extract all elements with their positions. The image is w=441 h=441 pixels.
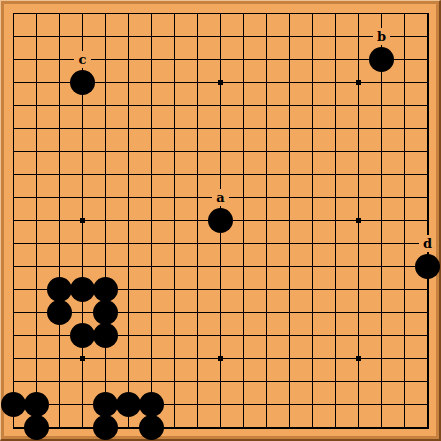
intersection[interactable] (416, 71, 439, 94)
intersection[interactable] (232, 94, 255, 117)
intersection[interactable] (163, 140, 186, 163)
intersection[interactable] (278, 370, 301, 393)
intersection[interactable] (71, 140, 94, 163)
intersection[interactable] (347, 347, 370, 370)
intersection[interactable] (209, 2, 232, 25)
intersection[interactable] (278, 25, 301, 48)
intersection[interactable] (347, 2, 370, 25)
intersection[interactable] (48, 2, 71, 25)
intersection[interactable] (232, 209, 255, 232)
intersection[interactable] (393, 25, 416, 48)
intersection[interactable] (94, 71, 117, 94)
black-stone[interactable] (1, 392, 26, 417)
intersection[interactable] (140, 2, 163, 25)
intersection[interactable] (25, 209, 48, 232)
intersection[interactable] (209, 94, 232, 117)
intersection[interactable] (140, 48, 163, 71)
intersection[interactable] (393, 278, 416, 301)
intersection[interactable] (232, 301, 255, 324)
intersection[interactable] (71, 163, 94, 186)
intersection[interactable] (117, 416, 140, 439)
intersection[interactable] (232, 140, 255, 163)
intersection[interactable] (370, 71, 393, 94)
intersection[interactable] (48, 255, 71, 278)
intersection[interactable] (416, 416, 439, 439)
intersection[interactable] (140, 393, 163, 416)
intersection[interactable] (117, 48, 140, 71)
intersection[interactable] (94, 25, 117, 48)
intersection[interactable] (140, 278, 163, 301)
intersection[interactable] (209, 255, 232, 278)
intersection[interactable] (140, 163, 163, 186)
intersection[interactable] (163, 117, 186, 140)
black-stone[interactable] (139, 415, 164, 440)
intersection[interactable] (48, 140, 71, 163)
intersection[interactable]: d (416, 232, 439, 255)
intersection[interactable] (117, 186, 140, 209)
intersection[interactable] (186, 25, 209, 48)
intersection[interactable] (209, 25, 232, 48)
intersection[interactable] (393, 232, 416, 255)
intersection[interactable] (209, 163, 232, 186)
intersection[interactable] (117, 347, 140, 370)
intersection[interactable] (25, 347, 48, 370)
intersection[interactable] (117, 117, 140, 140)
intersection[interactable] (163, 370, 186, 393)
intersection[interactable] (255, 2, 278, 25)
intersection[interactable] (48, 94, 71, 117)
intersection[interactable] (393, 71, 416, 94)
intersection[interactable] (301, 25, 324, 48)
intersection[interactable] (186, 117, 209, 140)
intersection[interactable] (186, 71, 209, 94)
intersection[interactable] (48, 370, 71, 393)
intersection[interactable] (370, 2, 393, 25)
intersection[interactable] (163, 416, 186, 439)
intersection[interactable] (117, 71, 140, 94)
intersection[interactable] (255, 25, 278, 48)
intersection[interactable] (370, 301, 393, 324)
intersection[interactable] (25, 393, 48, 416)
intersection[interactable] (301, 186, 324, 209)
intersection[interactable]: a (209, 186, 232, 209)
intersection[interactable] (393, 370, 416, 393)
intersection[interactable] (209, 71, 232, 94)
intersection[interactable] (255, 393, 278, 416)
intersection[interactable] (186, 48, 209, 71)
intersection[interactable] (255, 347, 278, 370)
intersection[interactable] (25, 416, 48, 439)
intersection[interactable] (255, 301, 278, 324)
intersection[interactable] (416, 25, 439, 48)
intersection[interactable] (186, 2, 209, 25)
intersection[interactable] (71, 347, 94, 370)
intersection[interactable] (140, 117, 163, 140)
intersection[interactable] (324, 163, 347, 186)
intersection[interactable] (209, 347, 232, 370)
intersection[interactable] (25, 255, 48, 278)
intersection[interactable] (140, 232, 163, 255)
intersection[interactable] (2, 393, 25, 416)
intersection[interactable] (25, 71, 48, 94)
black-stone[interactable] (93, 277, 118, 302)
intersection[interactable] (278, 232, 301, 255)
intersection[interactable] (48, 117, 71, 140)
intersection[interactable] (416, 301, 439, 324)
intersection[interactable] (94, 232, 117, 255)
intersection[interactable] (2, 94, 25, 117)
intersection[interactable] (278, 324, 301, 347)
intersection[interactable] (347, 25, 370, 48)
intersection[interactable] (140, 416, 163, 439)
intersection[interactable] (2, 301, 25, 324)
intersection[interactable] (140, 71, 163, 94)
intersection[interactable] (163, 186, 186, 209)
intersection[interactable] (2, 2, 25, 25)
intersection[interactable] (71, 2, 94, 25)
intersection[interactable] (94, 347, 117, 370)
intersection[interactable] (416, 209, 439, 232)
intersection[interactable] (186, 163, 209, 186)
intersection[interactable] (324, 393, 347, 416)
intersection[interactable] (324, 255, 347, 278)
intersection[interactable] (301, 140, 324, 163)
intersection[interactable] (232, 25, 255, 48)
intersection[interactable] (393, 301, 416, 324)
intersection[interactable] (94, 94, 117, 117)
intersection[interactable] (94, 393, 117, 416)
intersection[interactable] (347, 48, 370, 71)
intersection[interactable] (232, 2, 255, 25)
intersection[interactable] (2, 163, 25, 186)
intersection[interactable] (416, 393, 439, 416)
intersection[interactable] (48, 163, 71, 186)
intersection[interactable] (301, 94, 324, 117)
intersection[interactable] (370, 94, 393, 117)
intersection[interactable] (278, 140, 301, 163)
intersection[interactable] (48, 416, 71, 439)
intersection[interactable] (324, 347, 347, 370)
intersection[interactable] (117, 232, 140, 255)
black-stone[interactable] (415, 254, 440, 279)
intersection[interactable] (416, 2, 439, 25)
intersection[interactable] (117, 94, 140, 117)
intersection[interactable] (186, 370, 209, 393)
intersection[interactable] (278, 416, 301, 439)
intersection[interactable] (347, 232, 370, 255)
black-stone[interactable] (116, 392, 141, 417)
intersection[interactable] (278, 301, 301, 324)
intersection[interactable] (94, 370, 117, 393)
intersection[interactable] (186, 255, 209, 278)
intersection[interactable] (140, 209, 163, 232)
intersection[interactable] (117, 140, 140, 163)
intersection[interactable] (370, 186, 393, 209)
intersection[interactable] (393, 393, 416, 416)
intersection[interactable] (25, 25, 48, 48)
intersection[interactable] (393, 255, 416, 278)
intersection[interactable] (48, 324, 71, 347)
intersection[interactable] (393, 94, 416, 117)
intersection[interactable] (232, 232, 255, 255)
intersection[interactable] (393, 324, 416, 347)
intersection[interactable] (278, 255, 301, 278)
intersection[interactable] (393, 163, 416, 186)
intersection[interactable] (393, 347, 416, 370)
intersection[interactable] (48, 209, 71, 232)
intersection[interactable] (117, 324, 140, 347)
intersection[interactable] (140, 370, 163, 393)
intersection[interactable] (163, 209, 186, 232)
intersection[interactable] (393, 48, 416, 71)
black-stone[interactable] (24, 392, 49, 417)
intersection[interactable] (25, 117, 48, 140)
intersection[interactable] (94, 416, 117, 439)
intersection[interactable] (71, 209, 94, 232)
intersection[interactable] (25, 186, 48, 209)
intersection[interactable] (324, 94, 347, 117)
intersection[interactable] (94, 140, 117, 163)
intersection[interactable] (25, 278, 48, 301)
intersection[interactable] (71, 117, 94, 140)
intersection[interactable] (416, 94, 439, 117)
intersection[interactable] (209, 140, 232, 163)
intersection[interactable] (232, 393, 255, 416)
intersection[interactable] (232, 186, 255, 209)
intersection[interactable] (278, 209, 301, 232)
intersection[interactable] (370, 347, 393, 370)
intersection[interactable] (324, 232, 347, 255)
intersection[interactable] (209, 117, 232, 140)
intersection[interactable] (347, 117, 370, 140)
intersection[interactable] (209, 209, 232, 232)
intersection[interactable] (140, 186, 163, 209)
intersection[interactable] (163, 324, 186, 347)
intersection[interactable] (370, 324, 393, 347)
intersection[interactable] (232, 117, 255, 140)
intersection[interactable] (25, 94, 48, 117)
intersection[interactable] (255, 186, 278, 209)
intersection[interactable] (209, 301, 232, 324)
intersection[interactable] (25, 48, 48, 71)
intersection[interactable] (347, 301, 370, 324)
intersection[interactable] (2, 278, 25, 301)
intersection[interactable] (301, 117, 324, 140)
intersection[interactable] (163, 232, 186, 255)
intersection[interactable] (232, 48, 255, 71)
intersection[interactable] (186, 186, 209, 209)
black-stone[interactable] (93, 392, 118, 417)
intersection[interactable] (370, 209, 393, 232)
intersection[interactable] (71, 324, 94, 347)
intersection[interactable] (370, 416, 393, 439)
intersection[interactable] (278, 163, 301, 186)
intersection[interactable] (324, 186, 347, 209)
intersection[interactable] (232, 324, 255, 347)
intersection[interactable] (347, 324, 370, 347)
intersection[interactable] (48, 186, 71, 209)
intersection[interactable] (278, 393, 301, 416)
black-stone[interactable] (93, 323, 118, 348)
intersection[interactable] (2, 71, 25, 94)
intersection[interactable] (301, 2, 324, 25)
intersection[interactable] (347, 186, 370, 209)
intersection[interactable] (209, 416, 232, 439)
intersection[interactable] (347, 416, 370, 439)
intersection[interactable] (25, 163, 48, 186)
intersection[interactable] (370, 48, 393, 71)
intersection[interactable] (393, 117, 416, 140)
intersection[interactable] (232, 370, 255, 393)
intersection[interactable] (370, 370, 393, 393)
intersection[interactable] (301, 232, 324, 255)
intersection[interactable] (209, 324, 232, 347)
intersection[interactable] (117, 370, 140, 393)
intersection[interactable] (278, 186, 301, 209)
black-stone[interactable] (70, 323, 95, 348)
intersection[interactable] (370, 117, 393, 140)
intersection[interactable] (370, 232, 393, 255)
intersection[interactable] (416, 347, 439, 370)
black-stone[interactable] (47, 277, 72, 302)
intersection[interactable] (324, 140, 347, 163)
intersection[interactable] (48, 301, 71, 324)
intersection[interactable] (347, 71, 370, 94)
black-stone[interactable] (93, 415, 118, 440)
intersection[interactable] (301, 416, 324, 439)
intersection[interactable] (25, 2, 48, 25)
intersection[interactable] (94, 117, 117, 140)
intersection[interactable] (416, 278, 439, 301)
intersection[interactable] (232, 416, 255, 439)
intersection[interactable] (48, 232, 71, 255)
intersection[interactable] (94, 186, 117, 209)
intersection[interactable] (186, 393, 209, 416)
intersection[interactable] (25, 140, 48, 163)
intersection[interactable] (416, 163, 439, 186)
intersection[interactable] (140, 25, 163, 48)
intersection[interactable] (48, 71, 71, 94)
intersection[interactable] (48, 25, 71, 48)
intersection[interactable] (48, 393, 71, 416)
intersection[interactable] (2, 255, 25, 278)
intersection[interactable] (347, 370, 370, 393)
intersection[interactable] (278, 94, 301, 117)
intersection[interactable] (347, 140, 370, 163)
intersection[interactable] (347, 255, 370, 278)
intersection[interactable] (255, 232, 278, 255)
intersection[interactable] (324, 301, 347, 324)
intersection[interactable] (94, 324, 117, 347)
intersection[interactable] (301, 255, 324, 278)
intersection[interactable] (347, 393, 370, 416)
intersection[interactable] (255, 94, 278, 117)
intersection[interactable] (347, 209, 370, 232)
intersection[interactable] (140, 255, 163, 278)
black-stone[interactable] (70, 277, 95, 302)
intersection[interactable] (186, 278, 209, 301)
intersection[interactable] (347, 278, 370, 301)
intersection[interactable] (278, 347, 301, 370)
intersection[interactable] (163, 347, 186, 370)
intersection[interactable] (209, 393, 232, 416)
intersection[interactable] (347, 94, 370, 117)
intersection[interactable] (163, 2, 186, 25)
intersection[interactable] (209, 278, 232, 301)
intersection[interactable] (94, 163, 117, 186)
intersection[interactable] (232, 163, 255, 186)
intersection[interactable] (301, 393, 324, 416)
intersection[interactable] (209, 370, 232, 393)
intersection[interactable] (71, 94, 94, 117)
intersection[interactable] (301, 209, 324, 232)
intersection[interactable] (255, 370, 278, 393)
black-stone[interactable] (139, 392, 164, 417)
intersection[interactable] (117, 2, 140, 25)
intersection[interactable] (278, 278, 301, 301)
intersection[interactable] (278, 2, 301, 25)
intersection[interactable] (94, 2, 117, 25)
intersection[interactable] (2, 347, 25, 370)
intersection[interactable] (324, 278, 347, 301)
intersection[interactable] (71, 71, 94, 94)
intersection[interactable] (25, 301, 48, 324)
intersection[interactable] (393, 186, 416, 209)
intersection[interactable] (71, 370, 94, 393)
intersection[interactable] (48, 48, 71, 71)
intersection[interactable] (209, 232, 232, 255)
intersection[interactable] (324, 2, 347, 25)
intersection[interactable] (94, 301, 117, 324)
intersection[interactable] (278, 71, 301, 94)
intersection[interactable] (255, 255, 278, 278)
intersection[interactable] (186, 347, 209, 370)
intersection[interactable] (117, 301, 140, 324)
intersection[interactable] (324, 324, 347, 347)
intersection[interactable] (2, 209, 25, 232)
intersection[interactable] (71, 278, 94, 301)
intersection[interactable] (163, 393, 186, 416)
intersection[interactable] (71, 416, 94, 439)
intersection[interactable] (2, 140, 25, 163)
intersection[interactable] (232, 278, 255, 301)
intersection[interactable] (186, 140, 209, 163)
intersection[interactable] (2, 232, 25, 255)
intersection[interactable] (2, 416, 25, 439)
intersection[interactable] (301, 278, 324, 301)
intersection[interactable] (71, 186, 94, 209)
intersection[interactable] (117, 393, 140, 416)
intersection[interactable] (209, 48, 232, 71)
intersection[interactable] (163, 94, 186, 117)
intersection[interactable] (301, 324, 324, 347)
intersection[interactable] (48, 347, 71, 370)
black-stone[interactable] (47, 300, 72, 325)
intersection[interactable] (2, 117, 25, 140)
intersection[interactable] (278, 117, 301, 140)
intersection[interactable] (370, 393, 393, 416)
intersection[interactable] (71, 25, 94, 48)
intersection[interactable] (416, 48, 439, 71)
intersection[interactable] (163, 278, 186, 301)
intersection[interactable] (393, 416, 416, 439)
intersection[interactable] (186, 232, 209, 255)
black-stone[interactable] (24, 415, 49, 440)
intersection[interactable] (370, 278, 393, 301)
intersection[interactable] (255, 71, 278, 94)
intersection[interactable] (71, 232, 94, 255)
intersection[interactable] (393, 209, 416, 232)
